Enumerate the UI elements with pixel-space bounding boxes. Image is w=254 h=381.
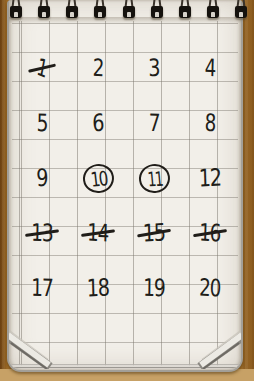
number-cell: 11 [126,156,182,200]
number: 19 [143,276,165,300]
number-cell: 2 [70,46,126,90]
binding-clip-icon [179,6,191,18]
number: 6 [92,111,104,135]
number: 10 [89,167,107,188]
number: 4 [204,56,215,80]
number: 5 [36,111,47,135]
circle-mark: 6 [83,109,114,138]
circle-mark: 9 [27,164,58,193]
binding-clip-icon [94,6,106,18]
spiral-binding [10,0,247,20]
circle-mark: 11 [137,161,172,194]
number: 9 [36,166,48,190]
circle-mark: 20 [195,274,226,303]
number-cell: 16 [182,211,238,255]
number-cell: 9 [14,156,70,200]
number: 17 [31,276,53,300]
binding-clip-icon [66,6,78,18]
number-cell: 7 [126,101,182,145]
binding-loop [10,0,22,20]
binding-loop [66,0,78,20]
corner-fold-right-icon [191,323,241,369]
number-cell: 1 [14,46,70,90]
number-board: 1 2 3 4 5 6 7 8 [9,0,241,370]
number: 3 [148,56,160,80]
circle-mark: 12 [195,164,226,193]
number-cell: 6 [70,101,126,145]
number: 18 [87,276,110,301]
circle-mark: 7 [139,109,170,138]
number: 20 [199,276,221,301]
circle-mark: 10 [81,161,116,194]
number-cell: 5 [14,101,70,145]
circle-mark: 8 [195,109,226,138]
number-cell: 3 [126,46,182,90]
circle-mark: 2 [83,54,114,83]
binding-clip-icon [123,6,135,18]
number: 7 [148,111,159,135]
number: 11 [146,168,162,188]
binding-loop [235,0,247,20]
number-cell: 10 [70,156,126,200]
circle-mark: 5 [27,109,58,138]
number-cell: 13 [14,211,70,255]
binding-clip-icon [151,6,163,18]
binding-loop [151,0,163,20]
number: 12 [199,166,222,191]
binding-loop [179,0,191,20]
binding-loop [94,0,106,20]
number-cell: 15 [126,211,182,255]
binding-loop [38,0,50,20]
circle-mark: 17 [27,274,58,303]
number-cell: 8 [182,101,238,145]
binding-clip-icon [10,6,22,18]
spiral-notepad: 1 2 3 4 5 6 7 8 [7,0,243,372]
number-cell: 4 [182,46,238,90]
number-cell: 20 [182,266,238,310]
circle-mark: 4 [195,54,226,83]
circle-mark: 18 [83,274,114,303]
binding-loop [207,0,219,20]
number-cell: 18 [70,266,126,310]
number-cell: 14 [70,211,126,255]
binding-loop [123,0,135,20]
circle-mark: 19 [139,274,170,303]
binding-clip-icon [38,6,50,18]
number: 2 [92,56,103,80]
number-cell: 12 [182,156,238,200]
number: 8 [204,111,215,135]
corner-fold-left-icon [9,323,59,369]
binding-clip-icon [207,6,219,18]
number-cell: 19 [126,266,182,310]
binding-clip-icon [235,6,247,18]
number-cell: 17 [14,266,70,310]
notepad-photo: 1 2 3 4 5 6 7 8 [0,0,254,381]
circle-mark: 3 [139,54,170,83]
